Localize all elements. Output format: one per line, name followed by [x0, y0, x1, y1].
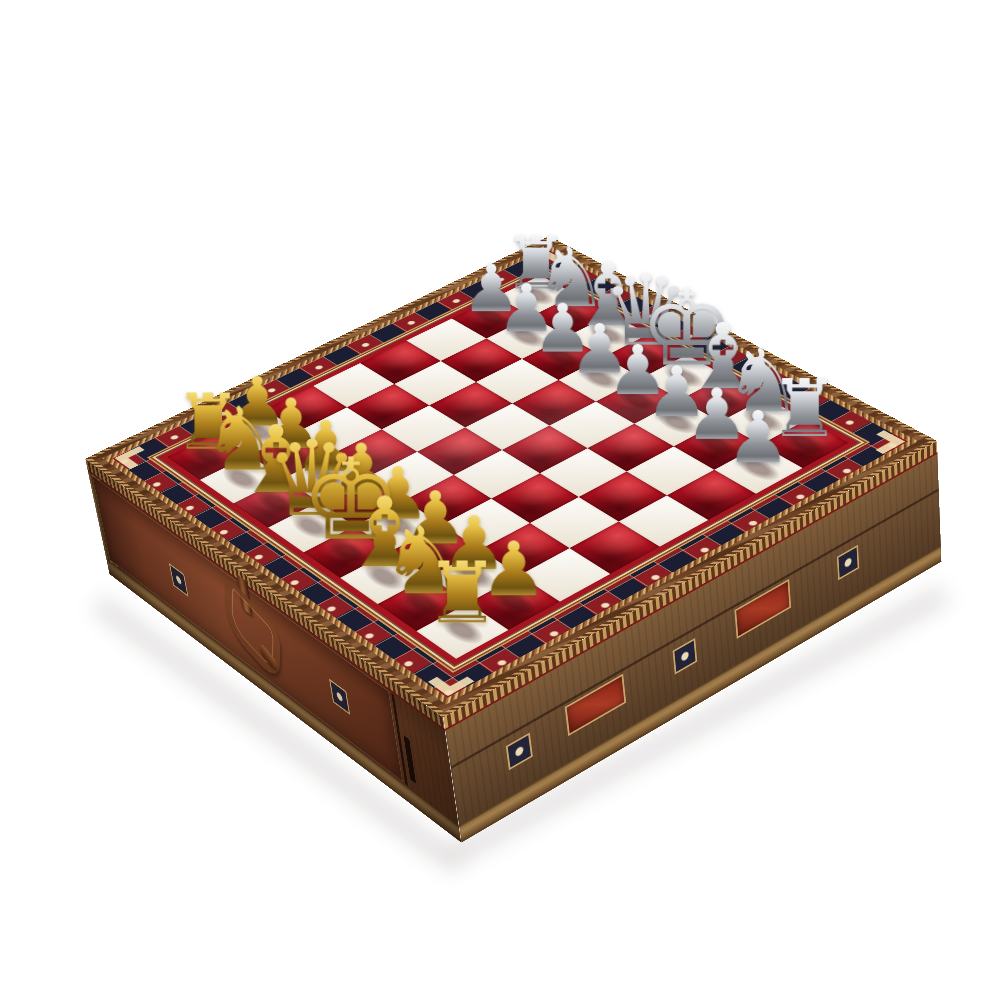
piece-shadow [395, 585, 451, 620]
piece-shadow [657, 362, 711, 391]
piece-shadow [250, 486, 302, 518]
piece-shadow [371, 508, 425, 541]
piece-shadow [183, 440, 233, 470]
piece-shadow [467, 303, 517, 330]
piece-shadow [300, 461, 352, 492]
piece-shadow [689, 429, 745, 460]
piece-shadow [546, 301, 597, 328]
piece-shadow [285, 510, 338, 543]
scene: ♜♞♝♛♚♝♞♜♟♟♟♟♟♟♟♟♟♟♟♟♟♟♟♟♜♞♝♛♚♝♞♜ [0, 0, 1000, 1000]
piece-shadow [511, 282, 561, 308]
piece-shadow [357, 559, 412, 594]
piece-shadow [446, 558, 502, 593]
piece-shadow [335, 484, 388, 516]
piece-shadow [232, 416, 282, 446]
piece-shadow [776, 427, 833, 458]
product-photo: ♜♞♝♛♚♝♞♜♟♟♟♟♟♟♟♟♟♟♟♟♟♟♟♟♜♞♝♛♚♝♞♜ [0, 0, 1000, 1000]
piece-shadow [434, 612, 492, 648]
piece-shadow [574, 364, 627, 393]
piece-shadow [501, 323, 552, 350]
star-inlay-tile [673, 638, 698, 675]
piece-shadow [650, 407, 705, 437]
piece-shadow [735, 405, 791, 435]
piece-shadow [611, 385, 665, 415]
piece-shadow [485, 584, 543, 620]
piece-shadow [696, 383, 751, 413]
piece-shadow [320, 534, 374, 568]
piece-shadow [619, 341, 672, 369]
piece-shadow [216, 463, 267, 494]
star-inlay-tile [837, 545, 859, 581]
piece-shadow [730, 452, 787, 484]
piece-shadow [408, 533, 463, 567]
chess-box: ♜♞♝♛♚♝♞♜♟♟♟♟♟♟♟♟♟♟♟♟♟♟♟♟♜♞♝♛♚♝♞♜ [85, 236, 937, 718]
piece-shadow [266, 438, 317, 469]
piece-shadow [582, 321, 634, 349]
star-inlay-tile [506, 733, 533, 771]
piece-shadow [537, 343, 589, 371]
